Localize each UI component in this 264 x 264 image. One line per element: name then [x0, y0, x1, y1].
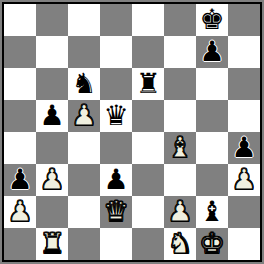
square-e3[interactable] [132, 164, 164, 196]
square-e8[interactable] [132, 4, 164, 36]
square-e2[interactable] [132, 196, 164, 228]
square-a1[interactable] [4, 228, 36, 260]
white-knight-f1[interactable]: ♞ [164, 228, 196, 260]
black-rook-e6[interactable]: ♜ [132, 68, 164, 100]
square-a8[interactable] [4, 4, 36, 36]
square-a3[interactable]: ♟ [4, 164, 36, 196]
white-king-g1[interactable]: ♚ [196, 228, 228, 260]
square-a2[interactable]: ♟ [4, 196, 36, 228]
square-h1[interactable] [228, 228, 260, 260]
square-c1[interactable] [68, 228, 100, 260]
square-d1[interactable] [100, 228, 132, 260]
square-g2[interactable]: ♝ [196, 196, 228, 228]
square-f8[interactable] [164, 4, 196, 36]
square-h8[interactable] [228, 4, 260, 36]
square-e6[interactable]: ♜ [132, 68, 164, 100]
black-pawn-g7[interactable]: ♟ [196, 36, 228, 68]
chess-board: ♚♟♞♜♟♟♛♝♟♟♟♟♟♟♛♟♝♜♞♚ [4, 4, 260, 260]
square-f4[interactable]: ♝ [164, 132, 196, 164]
white-pawn-c5[interactable]: ♟ [68, 100, 100, 132]
board-border: ♚♟♞♜♟♟♛♝♟♟♟♟♟♟♛♟♝♜♞♚ [2, 2, 262, 262]
square-b4[interactable] [36, 132, 68, 164]
square-d4[interactable] [100, 132, 132, 164]
square-f1[interactable]: ♞ [164, 228, 196, 260]
square-f3[interactable] [164, 164, 196, 196]
square-g5[interactable] [196, 100, 228, 132]
square-e4[interactable] [132, 132, 164, 164]
square-d3[interactable]: ♟ [100, 164, 132, 196]
square-b6[interactable] [36, 68, 68, 100]
black-knight-c6[interactable]: ♞ [68, 68, 100, 100]
square-h7[interactable] [228, 36, 260, 68]
black-pawn-h4[interactable]: ♟ [228, 132, 260, 164]
black-queen-d5[interactable]: ♛ [100, 100, 132, 132]
black-king-g8[interactable]: ♚ [196, 4, 228, 36]
square-b1[interactable]: ♜ [36, 228, 68, 260]
square-f2[interactable]: ♟ [164, 196, 196, 228]
white-queen-d2[interactable]: ♛ [100, 196, 132, 228]
square-c5[interactable]: ♟ [68, 100, 100, 132]
black-pawn-a3[interactable]: ♟ [4, 164, 36, 196]
square-a5[interactable] [4, 100, 36, 132]
square-a6[interactable] [4, 68, 36, 100]
black-pawn-b5[interactable]: ♟ [36, 100, 68, 132]
square-g4[interactable] [196, 132, 228, 164]
square-f5[interactable] [164, 100, 196, 132]
black-pawn-d3[interactable]: ♟ [100, 164, 132, 196]
square-h2[interactable] [228, 196, 260, 228]
square-h4[interactable]: ♟ [228, 132, 260, 164]
board-frame: ♚♟♞♜♟♟♛♝♟♟♟♟♟♟♛♟♝♜♞♚ [0, 0, 264, 264]
square-b2[interactable] [36, 196, 68, 228]
white-pawn-h3[interactable]: ♟ [228, 164, 260, 196]
square-f6[interactable] [164, 68, 196, 100]
white-pawn-b3[interactable]: ♟ [36, 164, 68, 196]
white-pawn-f2[interactable]: ♟ [164, 196, 196, 228]
square-b3[interactable]: ♟ [36, 164, 68, 196]
square-c3[interactable] [68, 164, 100, 196]
square-c8[interactable] [68, 4, 100, 36]
square-d8[interactable] [100, 4, 132, 36]
square-c4[interactable] [68, 132, 100, 164]
square-g3[interactable] [196, 164, 228, 196]
square-e5[interactable] [132, 100, 164, 132]
white-pawn-a2[interactable]: ♟ [4, 196, 36, 228]
square-e1[interactable] [132, 228, 164, 260]
square-d7[interactable] [100, 36, 132, 68]
square-h3[interactable]: ♟ [228, 164, 260, 196]
square-h6[interactable] [228, 68, 260, 100]
black-bishop-g2[interactable]: ♝ [196, 196, 228, 228]
white-rook-b1[interactable]: ♜ [36, 228, 68, 260]
square-d6[interactable] [100, 68, 132, 100]
square-a7[interactable] [4, 36, 36, 68]
square-g6[interactable] [196, 68, 228, 100]
square-a4[interactable] [4, 132, 36, 164]
square-c2[interactable] [68, 196, 100, 228]
square-g1[interactable]: ♚ [196, 228, 228, 260]
square-e7[interactable] [132, 36, 164, 68]
square-g7[interactable]: ♟ [196, 36, 228, 68]
square-h5[interactable] [228, 100, 260, 132]
square-b8[interactable] [36, 4, 68, 36]
square-c6[interactable]: ♞ [68, 68, 100, 100]
square-c7[interactable] [68, 36, 100, 68]
square-b7[interactable] [36, 36, 68, 68]
square-d5[interactable]: ♛ [100, 100, 132, 132]
square-d2[interactable]: ♛ [100, 196, 132, 228]
square-b5[interactable]: ♟ [36, 100, 68, 132]
white-bishop-f4[interactable]: ♝ [164, 132, 196, 164]
square-g8[interactable]: ♚ [196, 4, 228, 36]
square-f7[interactable] [164, 36, 196, 68]
